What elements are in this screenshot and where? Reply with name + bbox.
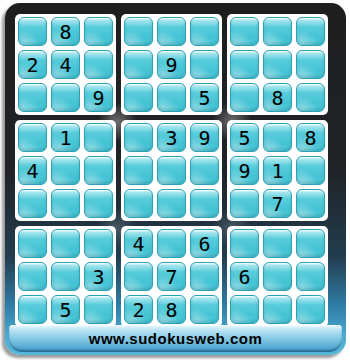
cell-r3c9[interactable] xyxy=(296,83,325,112)
cell-r2c9[interactable] xyxy=(296,50,325,79)
cell-r8c7[interactable]: 6 xyxy=(230,262,259,291)
cell-r1c1[interactable] xyxy=(18,17,47,46)
sudoku-boxes-grid: 824995814395891735467286 xyxy=(15,14,328,327)
cell-r3c5[interactable] xyxy=(157,83,186,112)
cell-r8c5[interactable]: 7 xyxy=(157,262,186,291)
cell-r5c5[interactable] xyxy=(157,156,186,185)
cell-r5c4[interactable] xyxy=(124,156,153,185)
cell-r2c4[interactable] xyxy=(124,50,153,79)
cell-r8c6[interactable] xyxy=(190,262,219,291)
cell-r9c1[interactable] xyxy=(18,295,47,324)
cell-r1c9[interactable] xyxy=(296,17,325,46)
cell-r4c5[interactable]: 3 xyxy=(157,123,186,152)
sudoku-box-1-1: 8249 xyxy=(15,14,116,115)
sudoku-box-1-3: 8 xyxy=(227,14,328,115)
website-link[interactable]: www.sudokusweb.com xyxy=(89,330,262,347)
cell-r2c1[interactable]: 2 xyxy=(18,50,47,79)
sudoku-box-2-1: 14 xyxy=(15,120,116,221)
footer-band: www.sudokusweb.com xyxy=(9,325,342,352)
cell-r9c4[interactable]: 2 xyxy=(124,295,153,324)
cell-r8c1[interactable] xyxy=(18,262,47,291)
cell-r4c3[interactable] xyxy=(84,123,113,152)
cell-r1c3[interactable] xyxy=(84,17,113,46)
cell-r7c7[interactable] xyxy=(230,229,259,258)
cell-r3c6[interactable]: 5 xyxy=(190,83,219,112)
cell-r3c8[interactable]: 8 xyxy=(263,83,292,112)
cell-r8c8[interactable] xyxy=(263,262,292,291)
cell-r4c1[interactable] xyxy=(18,123,47,152)
cell-r8c3[interactable]: 3 xyxy=(84,262,113,291)
cell-r7c4[interactable]: 4 xyxy=(124,229,153,258)
cell-r2c2[interactable]: 4 xyxy=(51,50,80,79)
cell-r5c8[interactable]: 1 xyxy=(263,156,292,185)
cell-r4c9[interactable]: 8 xyxy=(296,123,325,152)
page: 824995814395891735467286 www.sudokusweb.… xyxy=(0,0,350,360)
cell-r7c2[interactable] xyxy=(51,229,80,258)
cell-r3c4[interactable] xyxy=(124,83,153,112)
sudoku-box-2-2: 39 xyxy=(121,120,222,221)
sudoku-box-2-3: 58917 xyxy=(227,120,328,221)
cell-r5c6[interactable] xyxy=(190,156,219,185)
cell-r1c5[interactable] xyxy=(157,17,186,46)
cell-r2c3[interactable] xyxy=(84,50,113,79)
cell-r9c7[interactable] xyxy=(230,295,259,324)
cell-r3c1[interactable] xyxy=(18,83,47,112)
cell-r5c2[interactable] xyxy=(51,156,80,185)
cell-r2c6[interactable] xyxy=(190,50,219,79)
cell-r6c2[interactable] xyxy=(51,189,80,218)
cell-r6c3[interactable] xyxy=(84,189,113,218)
cell-r5c9[interactable] xyxy=(296,156,325,185)
cell-r8c9[interactable] xyxy=(296,262,325,291)
cell-r3c3[interactable]: 9 xyxy=(84,83,113,112)
cell-r6c8[interactable]: 7 xyxy=(263,189,292,218)
cell-r1c4[interactable] xyxy=(124,17,153,46)
cell-r2c5[interactable]: 9 xyxy=(157,50,186,79)
cell-r7c1[interactable] xyxy=(18,229,47,258)
cell-r1c6[interactable] xyxy=(190,17,219,46)
cell-r9c5[interactable]: 8 xyxy=(157,295,186,324)
cell-r6c5[interactable] xyxy=(157,189,186,218)
cell-r5c7[interactable]: 9 xyxy=(230,156,259,185)
cell-r6c6[interactable] xyxy=(190,189,219,218)
sudoku-board: 824995814395891735467286 www.sudokusweb.… xyxy=(5,3,346,355)
cell-r4c2[interactable]: 1 xyxy=(51,123,80,152)
cell-r3c2[interactable] xyxy=(51,83,80,112)
cell-r8c2[interactable] xyxy=(51,262,80,291)
sudoku-box-3-1: 35 xyxy=(15,226,116,327)
cell-r3c7[interactable] xyxy=(230,83,259,112)
cell-r5c1[interactable]: 4 xyxy=(18,156,47,185)
cell-r4c4[interactable] xyxy=(124,123,153,152)
sudoku-box-3-3: 6 xyxy=(227,226,328,327)
cell-r9c2[interactable]: 5 xyxy=(51,295,80,324)
cell-r9c8[interactable] xyxy=(263,295,292,324)
cell-r4c8[interactable] xyxy=(263,123,292,152)
cell-r9c6[interactable] xyxy=(190,295,219,324)
cell-r1c2[interactable]: 8 xyxy=(51,17,80,46)
sudoku-box-1-2: 95 xyxy=(121,14,222,115)
cell-r8c4[interactable] xyxy=(124,262,153,291)
sudoku-box-3-2: 46728 xyxy=(121,226,222,327)
cell-r7c5[interactable] xyxy=(157,229,186,258)
cell-r1c8[interactable] xyxy=(263,17,292,46)
cell-r2c8[interactable] xyxy=(263,50,292,79)
cell-r1c7[interactable] xyxy=(230,17,259,46)
cell-r9c3[interactable] xyxy=(84,295,113,324)
cell-r7c9[interactable] xyxy=(296,229,325,258)
cell-r4c6[interactable]: 9 xyxy=(190,123,219,152)
cell-r6c9[interactable] xyxy=(296,189,325,218)
cell-r2c7[interactable] xyxy=(230,50,259,79)
cell-r6c7[interactable] xyxy=(230,189,259,218)
cell-r5c3[interactable] xyxy=(84,156,113,185)
cell-r7c6[interactable]: 6 xyxy=(190,229,219,258)
cell-r6c4[interactable] xyxy=(124,189,153,218)
cell-r6c1[interactable] xyxy=(18,189,47,218)
cell-r4c7[interactable]: 5 xyxy=(230,123,259,152)
cell-r7c3[interactable] xyxy=(84,229,113,258)
cell-r7c8[interactable] xyxy=(263,229,292,258)
cell-r9c9[interactable] xyxy=(296,295,325,324)
